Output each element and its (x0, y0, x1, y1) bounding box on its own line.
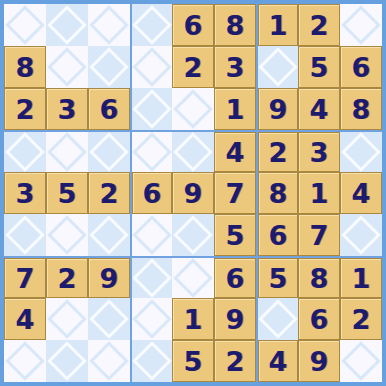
given-digit: 9 (269, 96, 288, 123)
given-digit: 4 (226, 139, 245, 166)
diamond-pattern-icon (47, 299, 87, 339)
cell-r1c3[interactable] (88, 4, 130, 46)
diamond-pattern-icon (89, 132, 129, 172)
given-digit: 5 (184, 348, 203, 375)
cell-r7c5[interactable] (172, 256, 214, 298)
given-digit: 4 (352, 180, 371, 207)
diamond-pattern-icon (89, 299, 129, 339)
given-digit: 8 (269, 180, 288, 207)
given-digit: 6 (269, 222, 288, 249)
diamond-pattern-icon (5, 132, 45, 172)
given-digit: 3 (58, 96, 77, 123)
given-digit: 7 (16, 265, 35, 292)
cell-r8c7[interactable] (256, 298, 298, 340)
cell-r8c1: 4 (4, 298, 46, 340)
cell-r1c5: 6 (172, 4, 214, 46)
diamond-pattern-icon (173, 132, 213, 172)
cell-r6c2[interactable] (46, 214, 88, 256)
given-digit: 6 (143, 180, 162, 207)
given-digit: 5 (310, 54, 329, 81)
cell-r3c9: 8 (340, 88, 382, 130)
cell-r4c7: 2 (256, 130, 298, 172)
cell-r4c1[interactable] (4, 130, 46, 172)
diamond-pattern-icon (89, 5, 129, 45)
cell-r8c9: 2 (340, 298, 382, 340)
given-digit: 9 (310, 348, 329, 375)
sudoku-board: 6812823562361948423352697814567729658141… (0, 0, 386, 386)
cell-r2c1: 8 (4, 46, 46, 88)
diamond-pattern-icon (341, 215, 381, 255)
cell-r8c2[interactable] (46, 298, 88, 340)
cell-r4c6: 4 (214, 130, 256, 172)
cell-r7c8: 8 (298, 256, 340, 298)
cell-r3c5[interactable] (172, 88, 214, 130)
diamond-pattern-icon (89, 341, 129, 381)
cell-r4c2[interactable] (46, 130, 88, 172)
cell-r9c4[interactable] (130, 340, 172, 382)
cell-r6c1[interactable] (4, 214, 46, 256)
given-digit: 2 (184, 54, 203, 81)
diamond-pattern-icon (5, 341, 45, 381)
given-digit: 2 (226, 348, 245, 375)
cell-r5c1: 3 (4, 172, 46, 214)
cell-r2c8: 5 (298, 46, 340, 88)
diamond-pattern-icon (132, 299, 172, 339)
given-digit: 5 (58, 180, 77, 207)
diamond-pattern-icon (258, 299, 298, 339)
diamond-pattern-icon (132, 341, 172, 381)
cell-r5c8: 1 (298, 172, 340, 214)
given-digit: 2 (58, 265, 77, 292)
cell-r1c4[interactable] (130, 4, 172, 46)
cell-r8c4[interactable] (130, 298, 172, 340)
cell-r9c9[interactable] (340, 340, 382, 382)
cell-r9c3[interactable] (88, 340, 130, 382)
cell-r6c4[interactable] (130, 214, 172, 256)
given-digit: 4 (16, 306, 35, 333)
cell-r2c4[interactable] (130, 46, 172, 88)
given-digit: 6 (100, 96, 119, 123)
cell-r4c3[interactable] (88, 130, 130, 172)
given-digit: 1 (352, 265, 371, 292)
cell-r2c7[interactable] (256, 46, 298, 88)
given-digit: 8 (226, 12, 245, 39)
given-digit: 2 (352, 306, 371, 333)
given-digit: 2 (16, 96, 35, 123)
given-digit: 5 (226, 222, 245, 249)
given-digit: 5 (269, 265, 288, 292)
given-digit: 2 (100, 180, 119, 207)
cell-r6c5[interactable] (172, 214, 214, 256)
diamond-pattern-icon (132, 47, 172, 87)
diamond-pattern-icon (173, 258, 213, 298)
diamond-pattern-icon (47, 47, 87, 87)
diamond-pattern-icon (47, 132, 87, 172)
cell-r4c5[interactable] (172, 130, 214, 172)
cell-r5c6: 7 (214, 172, 256, 214)
given-digit: 6 (310, 306, 329, 333)
cell-r5c4: 6 (130, 172, 172, 214)
cell-r8c8: 6 (298, 298, 340, 340)
given-digit: 8 (16, 54, 35, 81)
cell-r7c9: 1 (340, 256, 382, 298)
cell-r2c9: 6 (340, 46, 382, 88)
given-digit: 1 (269, 12, 288, 39)
given-digit: 4 (269, 348, 288, 375)
diamond-pattern-icon (89, 47, 129, 87)
given-digit: 9 (226, 306, 245, 333)
given-digit: 6 (226, 265, 245, 292)
given-digit: 6 (352, 54, 371, 81)
cell-r1c9[interactable] (340, 4, 382, 46)
cell-r1c7: 1 (256, 4, 298, 46)
given-digit: 6 (184, 12, 203, 39)
cell-r5c3: 2 (88, 172, 130, 214)
diamond-pattern-icon (173, 89, 213, 129)
cell-r9c6: 2 (214, 340, 256, 382)
cell-r9c5: 5 (172, 340, 214, 382)
diamond-pattern-icon (341, 132, 381, 172)
cell-r5c5: 9 (172, 172, 214, 214)
diamond-pattern-icon (5, 215, 45, 255)
cell-r1c1[interactable] (4, 4, 46, 46)
cell-r6c3[interactable] (88, 214, 130, 256)
cell-r2c2[interactable] (46, 46, 88, 88)
cell-r3c1: 2 (4, 88, 46, 130)
diamond-pattern-icon (341, 341, 381, 381)
diamond-pattern-icon (132, 258, 172, 298)
cell-r5c2: 5 (46, 172, 88, 214)
cell-r4c9[interactable] (340, 130, 382, 172)
cell-r4c8: 3 (298, 130, 340, 172)
cell-r2c5: 2 (172, 46, 214, 88)
diamond-pattern-icon (132, 132, 172, 172)
diamond-pattern-icon (47, 341, 87, 381)
cell-r6c8: 7 (298, 214, 340, 256)
given-digit: 1 (184, 306, 203, 333)
given-digit: 3 (310, 139, 329, 166)
cell-r9c2[interactable] (46, 340, 88, 382)
given-digit: 3 (226, 54, 245, 81)
cell-r3c4[interactable] (130, 88, 172, 130)
given-digit: 2 (269, 139, 288, 166)
given-digit: 8 (310, 265, 329, 292)
diamond-pattern-icon (258, 47, 298, 87)
cell-r2c3[interactable] (88, 46, 130, 88)
cell-r1c8: 2 (298, 4, 340, 46)
given-digit: 1 (226, 96, 245, 123)
cell-r6c6: 5 (214, 214, 256, 256)
cell-r5c9: 4 (340, 172, 382, 214)
cell-r3c3: 6 (88, 88, 130, 130)
cell-r7c3: 9 (88, 256, 130, 298)
cell-r3c7: 9 (256, 88, 298, 130)
cell-r9c8: 9 (298, 340, 340, 382)
cell-r9c7: 4 (256, 340, 298, 382)
cell-r2c6: 3 (214, 46, 256, 88)
given-digit: 1 (310, 180, 329, 207)
given-digit: 9 (100, 265, 119, 292)
diamond-pattern-icon (341, 5, 381, 45)
cell-r8c6: 9 (214, 298, 256, 340)
cell-r1c6: 8 (214, 4, 256, 46)
cell-r7c1: 7 (4, 256, 46, 298)
cell-r8c3[interactable] (88, 298, 130, 340)
cell-r9c1[interactable] (4, 340, 46, 382)
given-digit: 7 (310, 222, 329, 249)
cell-r4c4[interactable] (130, 130, 172, 172)
diamond-pattern-icon (132, 5, 172, 45)
diamond-pattern-icon (132, 215, 172, 255)
diamond-pattern-icon (47, 215, 87, 255)
cell-r6c9[interactable] (340, 214, 382, 256)
given-digit: 7 (226, 180, 245, 207)
diamond-pattern-icon (89, 215, 129, 255)
cell-r7c7: 5 (256, 256, 298, 298)
given-digit: 3 (16, 180, 35, 207)
cell-r1c2[interactable] (46, 4, 88, 46)
cell-r7c2: 2 (46, 256, 88, 298)
cell-r7c4[interactable] (130, 256, 172, 298)
given-digit: 4 (310, 96, 329, 123)
diamond-pattern-icon (132, 89, 172, 129)
cell-r6c7: 6 (256, 214, 298, 256)
diamond-pattern-icon (47, 5, 87, 45)
cell-r3c2: 3 (46, 88, 88, 130)
given-digit: 8 (352, 96, 371, 123)
cell-r5c7: 8 (256, 172, 298, 214)
cell-r3c8: 4 (298, 88, 340, 130)
given-digit: 2 (310, 12, 329, 39)
cell-r7c6: 6 (214, 256, 256, 298)
cell-r8c5: 1 (172, 298, 214, 340)
diamond-pattern-icon (5, 5, 45, 45)
diamond-pattern-icon (173, 215, 213, 255)
given-digit: 9 (184, 180, 203, 207)
cell-r3c6: 1 (214, 88, 256, 130)
